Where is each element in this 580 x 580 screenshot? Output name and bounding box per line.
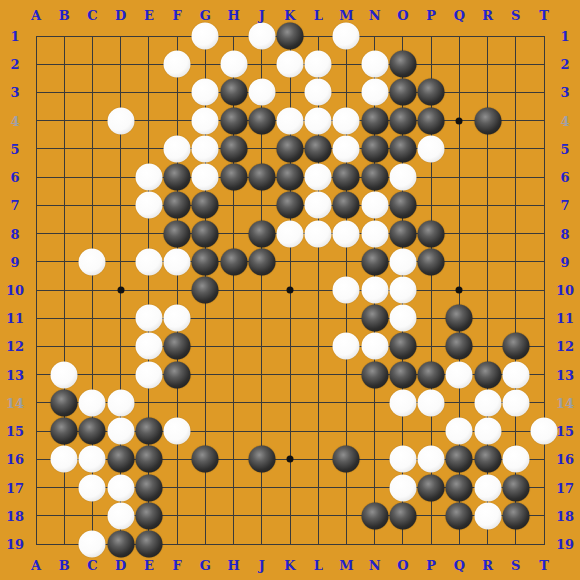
- column-label-bottom: G: [200, 559, 211, 572]
- row-label-left: 3: [10, 86, 19, 99]
- column-label-top: P: [426, 9, 436, 22]
- row-label-left: 1: [10, 30, 19, 43]
- row-label-right: 7: [560, 199, 569, 212]
- column-label-top: F: [172, 9, 181, 22]
- row-label-left: 16: [6, 453, 24, 466]
- row-label-left: 15: [6, 425, 24, 438]
- column-label-top: O: [397, 9, 408, 22]
- row-label-right: 15: [556, 425, 574, 438]
- column-label-bottom: A: [31, 559, 41, 572]
- column-label-top: G: [200, 9, 211, 22]
- column-label-bottom: D: [115, 559, 126, 572]
- column-label-top: S: [511, 9, 520, 22]
- column-label-top: J: [259, 9, 265, 22]
- coordinate-labels: AABBCCDDEEFFGGHHJJKKLLMMNNOOPPQQRRSSTT11…: [0, 0, 580, 580]
- column-label-bottom: C: [87, 559, 97, 572]
- column-label-bottom: S: [511, 559, 520, 572]
- row-label-right: 2: [560, 58, 569, 71]
- column-label-bottom: R: [482, 559, 493, 572]
- row-label-right: 19: [556, 538, 574, 551]
- column-label-top: T: [539, 9, 549, 22]
- row-label-right: 6: [560, 171, 569, 184]
- row-label-left: 13: [6, 368, 24, 381]
- row-label-right: 11: [556, 312, 574, 325]
- row-label-right: 18: [556, 509, 574, 522]
- column-label-top: E: [144, 9, 154, 22]
- column-label-top: L: [314, 9, 323, 22]
- column-label-top: Q: [454, 9, 465, 22]
- column-label-top: A: [31, 9, 41, 22]
- column-label-bottom: H: [227, 559, 239, 572]
- row-label-left: 6: [10, 171, 19, 184]
- row-label-left: 2: [10, 58, 19, 71]
- column-label-bottom: B: [59, 559, 70, 572]
- column-label-bottom: Q: [454, 559, 465, 572]
- row-label-right: 3: [560, 86, 569, 99]
- column-label-bottom: T: [539, 559, 549, 572]
- column-label-bottom: N: [369, 559, 381, 572]
- column-label-top: K: [284, 9, 295, 22]
- row-label-right: 12: [556, 340, 574, 353]
- row-label-left: 8: [10, 227, 19, 240]
- row-label-left: 4: [10, 114, 19, 127]
- row-label-right: 9: [560, 255, 569, 268]
- column-label-bottom: L: [314, 559, 323, 572]
- go-board[interactable]: AABBCCDDEEFFGGHHJJKKLLMMNNOOPPQQRRSSTT11…: [0, 0, 580, 580]
- column-label-bottom: K: [284, 559, 295, 572]
- column-label-bottom: F: [172, 559, 181, 572]
- row-label-right: 4: [560, 114, 569, 127]
- row-label-right: 13: [556, 368, 574, 381]
- column-label-top: M: [339, 9, 353, 22]
- column-label-bottom: J: [259, 559, 265, 572]
- row-label-right: 17: [556, 481, 574, 494]
- column-label-bottom: P: [426, 559, 436, 572]
- row-label-left: 7: [10, 199, 19, 212]
- row-label-right: 14: [556, 396, 574, 409]
- column-label-top: C: [87, 9, 97, 22]
- row-label-left: 14: [6, 396, 24, 409]
- row-label-right: 5: [560, 142, 569, 155]
- column-label-bottom: E: [144, 559, 154, 572]
- column-label-top: N: [369, 9, 381, 22]
- row-label-right: 1: [560, 30, 569, 43]
- row-label-left: 9: [10, 255, 19, 268]
- row-label-left: 17: [6, 481, 24, 494]
- column-label-top: D: [115, 9, 126, 22]
- column-label-top: H: [227, 9, 239, 22]
- column-label-top: R: [482, 9, 493, 22]
- column-label-bottom: O: [397, 559, 408, 572]
- row-label-right: 8: [560, 227, 569, 240]
- row-label-right: 16: [556, 453, 574, 466]
- column-label-bottom: M: [339, 559, 353, 572]
- row-label-left: 5: [10, 142, 19, 155]
- column-label-top: B: [59, 9, 70, 22]
- row-label-right: 10: [556, 284, 574, 297]
- row-label-left: 19: [6, 538, 24, 551]
- row-label-left: 12: [6, 340, 24, 353]
- row-label-left: 18: [6, 509, 24, 522]
- row-label-left: 10: [6, 284, 24, 297]
- row-label-left: 11: [6, 312, 24, 325]
